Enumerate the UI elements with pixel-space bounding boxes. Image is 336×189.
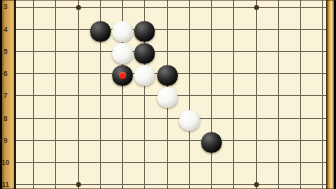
grid-line-horizontal — [16, 7, 326, 8]
white-stone — [112, 21, 133, 42]
star-point — [254, 182, 259, 187]
grid-line-horizontal — [16, 184, 326, 185]
row-label: 6 — [1, 68, 10, 79]
black-stone — [90, 21, 111, 42]
row-label: 3 — [1, 1, 10, 12]
grid-line-horizontal — [16, 29, 326, 30]
row-label: 8 — [1, 113, 10, 124]
last-move-marker — [119, 72, 126, 79]
black-stone — [157, 65, 178, 86]
grid-line-horizontal — [16, 162, 326, 163]
row-label: 4 — [1, 24, 10, 35]
star-point — [76, 182, 81, 187]
grid-line-horizontal — [16, 140, 326, 141]
top-edge-shadow — [0, 0, 336, 1]
black-stone — [134, 21, 155, 42]
white-stone — [112, 43, 133, 64]
bottom-edge-shadow — [0, 188, 336, 189]
white-stone — [157, 87, 178, 108]
grid-line-horizontal — [16, 51, 326, 52]
white-stone — [134, 65, 155, 86]
black-stone — [112, 65, 133, 86]
star-point — [254, 5, 259, 10]
row-label: 10 — [1, 157, 10, 168]
row-label: 9 — [1, 135, 10, 146]
row-label: 5 — [1, 46, 10, 57]
star-point — [76, 5, 81, 10]
board-right-border — [326, 0, 334, 189]
black-stone — [201, 132, 222, 153]
white-stone — [179, 110, 200, 131]
grid-line-horizontal — [16, 118, 326, 119]
gomoku-app-screenshot: 34567891011 — [0, 0, 336, 189]
board-left-border: 34567891011 — [2, 0, 16, 189]
row-label: 7 — [1, 90, 10, 101]
black-stone — [134, 43, 155, 64]
board-surface[interactable] — [16, 0, 326, 189]
